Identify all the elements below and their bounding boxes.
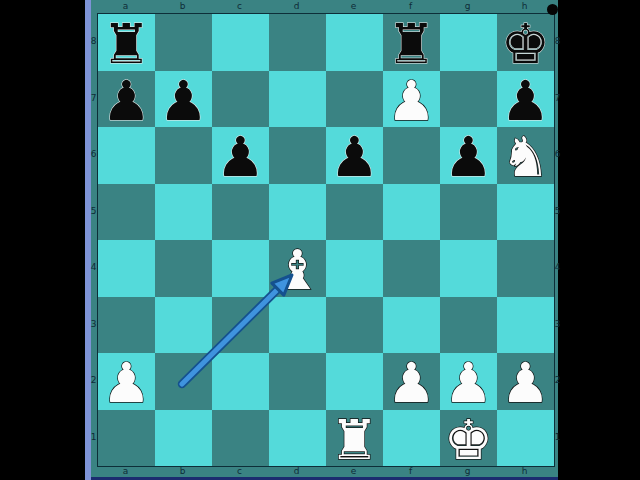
square-g6[interactable]: ♟ [440,127,497,184]
file-label-bot-g: g [439,466,496,477]
square-g8[interactable] [440,14,497,71]
file-label-top-g: g [439,1,496,12]
square-d5[interactable] [269,184,326,241]
square-h1[interactable] [497,410,554,467]
square-g7[interactable] [440,71,497,128]
square-a4[interactable] [98,240,155,297]
square-b1[interactable] [155,410,212,467]
square-c2[interactable] [212,353,269,410]
square-c8[interactable] [212,14,269,71]
piece-white-pawn[interactable]: ♟ [501,355,550,412]
square-b8[interactable] [155,14,212,71]
square-f2[interactable]: ♟ [383,353,440,410]
square-d6[interactable] [269,127,326,184]
square-a2[interactable]: ♟ [98,353,155,410]
square-d3[interactable] [269,297,326,354]
file-label-bot-f: f [382,466,439,477]
square-h4[interactable] [497,240,554,297]
piece-black-pawn[interactable]: ♟ [330,129,379,186]
rank-label-left-3: 3 [90,296,97,353]
piece-white-rook[interactable]: ♜ [330,412,379,469]
square-a6[interactable] [98,127,155,184]
square-e1[interactable]: ♜ [326,410,383,467]
square-b3[interactable] [155,297,212,354]
rank-label-right-3: 3 [554,296,561,353]
piece-black-king[interactable]: ♚ [501,16,550,73]
board: ♜♜♚♟♟♟♟♟♟♟♞♝♟♟♟♟♜♚ [98,14,554,466]
square-a7[interactable]: ♟ [98,71,155,128]
square-e2[interactable] [326,353,383,410]
square-e3[interactable] [326,297,383,354]
file-label-bot-h: h [496,466,553,477]
file-label-bot-e: e [325,466,382,477]
square-b5[interactable] [155,184,212,241]
square-a5[interactable] [98,184,155,241]
square-a1[interactable] [98,410,155,467]
square-c4[interactable] [212,240,269,297]
square-f4[interactable] [383,240,440,297]
piece-white-pawn[interactable]: ♟ [102,355,151,412]
file-label-bot-c: c [211,466,268,477]
rank-label-left-1: 1 [90,409,97,466]
file-label-top-d: d [268,1,325,12]
square-e6[interactable]: ♟ [326,127,383,184]
file-label-bot-a: a [97,466,154,477]
rank-label-right-1: 1 [554,409,561,466]
rank-label-right-7: 7 [554,70,561,127]
square-g3[interactable] [440,297,497,354]
piece-black-rook[interactable]: ♜ [387,16,436,73]
rank-label-left-8: 8 [90,13,97,70]
piece-white-pawn[interactable]: ♟ [387,73,436,130]
square-g5[interactable] [440,184,497,241]
piece-black-pawn[interactable]: ♟ [159,73,208,130]
square-h6[interactable]: ♞ [497,127,554,184]
square-h5[interactable] [497,184,554,241]
piece-white-pawn[interactable]: ♟ [387,355,436,412]
square-f1[interactable] [383,410,440,467]
square-d8[interactable] [269,14,326,71]
square-c6[interactable]: ♟ [212,127,269,184]
file-label-top-f: f [382,1,439,12]
file-label-top-e: e [325,1,382,12]
piece-white-bishop[interactable]: ♝ [273,242,322,299]
piece-black-pawn[interactable]: ♟ [501,73,550,130]
square-c7[interactable] [212,71,269,128]
square-d4[interactable]: ♝ [269,240,326,297]
piece-black-pawn[interactable]: ♟ [444,129,493,186]
square-g2[interactable]: ♟ [440,353,497,410]
square-b2[interactable] [155,353,212,410]
piece-black-pawn[interactable]: ♟ [216,129,265,186]
chess-app-panel: ♜♜♚♟♟♟♟♟♟♟♞♝♟♟♟♟♜♚ aabbccddeeffgghh88776… [85,0,558,480]
square-e4[interactable] [326,240,383,297]
square-d7[interactable] [269,71,326,128]
square-a3[interactable] [98,297,155,354]
file-label-top-h: h [496,1,553,12]
square-e8[interactable] [326,14,383,71]
square-c3[interactable] [212,297,269,354]
square-f5[interactable] [383,184,440,241]
rank-label-right-5: 5 [554,183,561,240]
rank-label-right-8: 8 [554,13,561,70]
square-b7[interactable]: ♟ [155,71,212,128]
square-d2[interactable] [269,353,326,410]
file-label-bot-b: b [154,466,211,477]
square-h2[interactable]: ♟ [497,353,554,410]
rank-label-left-7: 7 [90,70,97,127]
rank-label-left-5: 5 [90,183,97,240]
file-label-top-a: a [97,1,154,12]
square-e5[interactable] [326,184,383,241]
rank-label-right-4: 4 [554,239,561,296]
file-label-bot-d: d [268,466,325,477]
piece-white-pawn[interactable]: ♟ [444,355,493,412]
rank-label-left-4: 4 [90,239,97,296]
piece-white-king[interactable]: ♚ [444,412,493,469]
square-f3[interactable] [383,297,440,354]
square-c1[interactable] [212,410,269,467]
rank-label-right-2: 2 [554,352,561,409]
square-h8[interactable]: ♚ [497,14,554,71]
square-c5[interactable] [212,184,269,241]
square-e7[interactable] [326,71,383,128]
square-h3[interactable] [497,297,554,354]
piece-black-pawn[interactable]: ♟ [102,73,151,130]
square-b6[interactable] [155,127,212,184]
rank-label-left-6: 6 [90,126,97,183]
square-b4[interactable] [155,240,212,297]
square-f8[interactable]: ♜ [383,14,440,71]
square-g4[interactable] [440,240,497,297]
square-a8[interactable]: ♜ [98,14,155,71]
piece-black-rook[interactable]: ♜ [102,16,151,73]
square-f6[interactable] [383,127,440,184]
file-label-top-b: b [154,1,211,12]
piece-white-knight[interactable]: ♞ [501,129,550,186]
file-label-top-c: c [211,1,268,12]
square-f7[interactable]: ♟ [383,71,440,128]
rank-label-right-6: 6 [554,126,561,183]
board-frame: ♜♜♚♟♟♟♟♟♟♟♞♝♟♟♟♟♜♚ [97,13,555,467]
square-h7[interactable]: ♟ [497,71,554,128]
square-d1[interactable] [269,410,326,467]
square-g1[interactable]: ♚ [440,410,497,467]
rank-label-left-2: 2 [90,352,97,409]
